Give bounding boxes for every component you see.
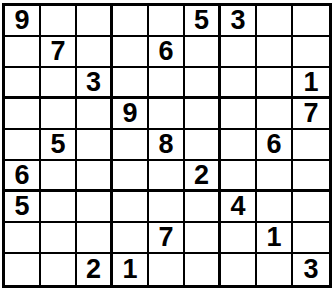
cell-r1c1-given[interactable]: 9	[5, 6, 41, 37]
cell-r3c9-given[interactable]: 1	[293, 68, 329, 99]
cell-r3c5[interactable]	[149, 68, 185, 99]
cell-r5c3[interactable]	[77, 130, 113, 161]
cell-r4c2[interactable]	[41, 99, 77, 130]
cell-r8c1[interactable]	[5, 223, 41, 254]
cell-r7c5[interactable]	[149, 192, 185, 223]
cell-r5c7[interactable]	[221, 130, 257, 161]
cell-r3c8[interactable]	[257, 68, 293, 99]
cell-r5c6[interactable]	[185, 130, 221, 161]
cell-r8c4[interactable]	[113, 223, 149, 254]
cell-r1c8[interactable]	[257, 6, 293, 37]
cell-r7c7-given[interactable]: 4	[221, 192, 257, 223]
cell-r9c5[interactable]	[149, 254, 185, 285]
cell-r2c7[interactable]	[221, 37, 257, 68]
cell-r8c5-given[interactable]: 7	[149, 223, 185, 254]
cell-r2c2-given[interactable]: 7	[41, 37, 77, 68]
cell-r1c5[interactable]	[149, 6, 185, 37]
cell-r5c9[interactable]	[293, 130, 329, 161]
cell-r4c1[interactable]	[5, 99, 41, 130]
cell-r1c2[interactable]	[41, 6, 77, 37]
cell-r5c4[interactable]	[113, 130, 149, 161]
cell-r1c4[interactable]	[113, 6, 149, 37]
cell-r4c9-given[interactable]: 7	[293, 99, 329, 130]
cell-r9c7[interactable]	[221, 254, 257, 285]
cell-r7c1-given[interactable]: 5	[5, 192, 41, 223]
cell-r4c3[interactable]	[77, 99, 113, 130]
cell-r4c6[interactable]	[185, 99, 221, 130]
cell-r3c2[interactable]	[41, 68, 77, 99]
cell-r7c6[interactable]	[185, 192, 221, 223]
cell-r7c4[interactable]	[113, 192, 149, 223]
cell-r7c2[interactable]	[41, 192, 77, 223]
cell-r3c3-given[interactable]: 3	[77, 68, 113, 99]
cell-r9c6[interactable]	[185, 254, 221, 285]
cell-r2c6[interactable]	[185, 37, 221, 68]
cell-r9c8[interactable]	[257, 254, 293, 285]
cell-r1c9[interactable]	[293, 6, 329, 37]
cell-r1c7-given[interactable]: 3	[221, 6, 257, 37]
cell-r6c7[interactable]	[221, 161, 257, 192]
sudoku-page: 953763197586625471213	[0, 0, 332, 292]
cell-r8c8-given[interactable]: 1	[257, 223, 293, 254]
cell-r9c4-given[interactable]: 1	[113, 254, 149, 285]
cell-r4c4-given[interactable]: 9	[113, 99, 149, 130]
cell-r9c3-given[interactable]: 2	[77, 254, 113, 285]
cell-r3c4[interactable]	[113, 68, 149, 99]
cell-r1c3[interactable]	[77, 6, 113, 37]
cell-r2c8[interactable]	[257, 37, 293, 68]
sudoku-board: 953763197586625471213	[2, 3, 332, 288]
cell-r5c8-given[interactable]: 6	[257, 130, 293, 161]
cell-r2c1[interactable]	[5, 37, 41, 68]
cell-r2c5-given[interactable]: 6	[149, 37, 185, 68]
cell-r8c9[interactable]	[293, 223, 329, 254]
cell-r7c3[interactable]	[77, 192, 113, 223]
cell-r9c2[interactable]	[41, 254, 77, 285]
cell-r6c1-given[interactable]: 6	[5, 161, 41, 192]
cell-r4c8[interactable]	[257, 99, 293, 130]
cell-r3c7[interactable]	[221, 68, 257, 99]
cell-r2c3[interactable]	[77, 37, 113, 68]
cell-r9c1[interactable]	[5, 254, 41, 285]
cell-r8c2[interactable]	[41, 223, 77, 254]
cell-r4c7[interactable]	[221, 99, 257, 130]
cell-r6c5[interactable]	[149, 161, 185, 192]
cell-r5c2-given[interactable]: 5	[41, 130, 77, 161]
cell-r2c4[interactable]	[113, 37, 149, 68]
cell-r3c1[interactable]	[5, 68, 41, 99]
cell-r6c4[interactable]	[113, 161, 149, 192]
cell-r5c5-given[interactable]: 8	[149, 130, 185, 161]
cell-r8c7[interactable]	[221, 223, 257, 254]
cell-r6c6-given[interactable]: 2	[185, 161, 221, 192]
cell-r9c9-given[interactable]: 3	[293, 254, 329, 285]
cell-r2c9[interactable]	[293, 37, 329, 68]
cell-r6c2[interactable]	[41, 161, 77, 192]
cell-r6c9[interactable]	[293, 161, 329, 192]
cell-r4c5[interactable]	[149, 99, 185, 130]
cell-r1c6-given[interactable]: 5	[185, 6, 221, 37]
cell-r6c3[interactable]	[77, 161, 113, 192]
cell-r7c9[interactable]	[293, 192, 329, 223]
cell-r3c6[interactable]	[185, 68, 221, 99]
cell-r5c1[interactable]	[5, 130, 41, 161]
cell-r7c8[interactable]	[257, 192, 293, 223]
cell-r8c6[interactable]	[185, 223, 221, 254]
cell-r6c8[interactable]	[257, 161, 293, 192]
cell-r8c3[interactable]	[77, 223, 113, 254]
